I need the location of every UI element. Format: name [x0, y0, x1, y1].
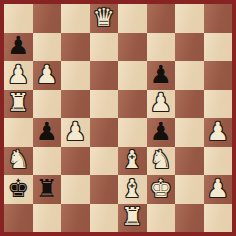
square-a2[interactable]: ♚	[4, 175, 33, 204]
square-g3[interactable]	[175, 147, 204, 176]
square-e1[interactable]: ♜	[118, 204, 147, 233]
square-a4[interactable]	[4, 118, 33, 147]
black-pawn-b4[interactable]: ♟	[36, 119, 58, 144]
square-g6[interactable]	[175, 61, 204, 90]
square-d8[interactable]: ♛	[90, 4, 119, 33]
square-c3[interactable]	[61, 147, 90, 176]
square-e2[interactable]: ♝	[118, 175, 147, 204]
square-e8[interactable]	[118, 4, 147, 33]
square-d6[interactable]	[90, 61, 119, 90]
square-f1[interactable]	[147, 204, 176, 233]
square-f6[interactable]: ♟	[147, 61, 176, 90]
square-c2[interactable]	[61, 175, 90, 204]
square-a3[interactable]: ♞	[4, 147, 33, 176]
square-a6[interactable]: ♟	[4, 61, 33, 90]
square-d2[interactable]	[90, 175, 119, 204]
square-d7[interactable]	[90, 33, 119, 62]
square-g5[interactable]	[175, 90, 204, 119]
white-bishop-e3[interactable]: ♝	[121, 147, 143, 172]
square-d3[interactable]	[90, 147, 119, 176]
black-pawn-a7[interactable]: ♟	[7, 33, 29, 58]
square-e4[interactable]	[118, 118, 147, 147]
white-pawn-h4[interactable]: ♟	[207, 119, 229, 144]
black-pawn-f6[interactable]: ♟	[150, 62, 172, 87]
white-knight-f3[interactable]: ♞	[150, 147, 172, 172]
square-a8[interactable]	[4, 4, 33, 33]
white-pawn-c4[interactable]: ♟	[64, 119, 86, 144]
square-h3[interactable]	[204, 147, 233, 176]
square-f2[interactable]: ♚	[147, 175, 176, 204]
square-d5[interactable]	[90, 90, 119, 119]
white-rook-a5[interactable]: ♜	[7, 90, 29, 115]
square-h7[interactable]	[204, 33, 233, 62]
white-rook-e1[interactable]: ♜	[121, 204, 143, 229]
white-king-f2[interactable]: ♚	[150, 176, 172, 201]
black-rook-b2[interactable]: ♜	[36, 176, 58, 201]
square-d1[interactable]	[90, 204, 119, 233]
square-g8[interactable]	[175, 4, 204, 33]
white-knight-a3[interactable]: ♞	[7, 147, 29, 172]
black-pawn-f4[interactable]: ♟	[150, 119, 172, 144]
square-f3[interactable]: ♞	[147, 147, 176, 176]
square-c8[interactable]	[61, 4, 90, 33]
white-pawn-f5[interactable]: ♟	[150, 90, 172, 115]
square-e3[interactable]: ♝	[118, 147, 147, 176]
square-b3[interactable]	[33, 147, 62, 176]
square-c7[interactable]	[61, 33, 90, 62]
square-b5[interactable]	[33, 90, 62, 119]
square-d4[interactable]	[90, 118, 119, 147]
white-pawn-b6[interactable]: ♟	[36, 62, 58, 87]
square-e5[interactable]	[118, 90, 147, 119]
square-g2[interactable]	[175, 175, 204, 204]
square-a1[interactable]	[4, 204, 33, 233]
square-c4[interactable]: ♟	[61, 118, 90, 147]
square-g7[interactable]	[175, 33, 204, 62]
square-c5[interactable]	[61, 90, 90, 119]
square-h2[interactable]: ♟	[204, 175, 233, 204]
chess-board: ♛♟♟♟♟♜♟♟♟♟♟♞♝♞♚♜♝♚♟♜	[0, 0, 236, 236]
square-a7[interactable]: ♟	[4, 33, 33, 62]
square-c6[interactable]	[61, 61, 90, 90]
square-f7[interactable]	[147, 33, 176, 62]
square-f5[interactable]: ♟	[147, 90, 176, 119]
square-f8[interactable]	[147, 4, 176, 33]
square-b7[interactable]	[33, 33, 62, 62]
black-king-a2[interactable]: ♚	[7, 176, 29, 201]
white-bishop-e2[interactable]: ♝	[121, 176, 143, 201]
square-a5[interactable]: ♜	[4, 90, 33, 119]
square-h4[interactable]: ♟	[204, 118, 233, 147]
square-b1[interactable]	[33, 204, 62, 233]
white-queen-d8[interactable]: ♛	[93, 5, 115, 30]
square-b6[interactable]: ♟	[33, 61, 62, 90]
white-pawn-h2[interactable]: ♟	[207, 176, 229, 201]
square-h5[interactable]	[204, 90, 233, 119]
square-b8[interactable]	[33, 4, 62, 33]
square-h8[interactable]	[204, 4, 233, 33]
square-e6[interactable]	[118, 61, 147, 90]
square-b4[interactable]: ♟	[33, 118, 62, 147]
square-h6[interactable]	[204, 61, 233, 90]
square-e7[interactable]	[118, 33, 147, 62]
square-f4[interactable]: ♟	[147, 118, 176, 147]
square-c1[interactable]	[61, 204, 90, 233]
square-g1[interactable]	[175, 204, 204, 233]
white-pawn-a6[interactable]: ♟	[7, 62, 29, 87]
square-g4[interactable]	[175, 118, 204, 147]
square-h1[interactable]	[204, 204, 233, 233]
square-b2[interactable]: ♜	[33, 175, 62, 204]
